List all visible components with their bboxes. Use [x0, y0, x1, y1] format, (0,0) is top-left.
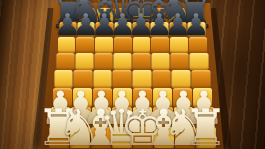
square-h7[interactable]: ♟ [188, 22, 205, 37]
square-h6[interactable] [189, 37, 207, 53]
square-e5[interactable] [133, 53, 151, 70]
square-a5[interactable] [56, 53, 74, 70]
square-g5[interactable] [171, 53, 189, 70]
chess-board[interactable]: ♜♞♝♛♚♝♞♜♟♟♟♟♟♟♟♟♟♟♟♟♟♟♟♟♜♞♝♛♚♝♞♜ [0, 0, 265, 149]
square-c6[interactable] [95, 37, 113, 53]
square-b6[interactable] [76, 37, 94, 53]
square-h1[interactable]: ♜ [196, 127, 216, 148]
square-a6[interactable] [58, 37, 76, 53]
square-h5[interactable] [190, 53, 208, 70]
square-d5[interactable] [113, 53, 131, 70]
square-g6[interactable] [170, 37, 188, 53]
square-d6[interactable] [114, 37, 132, 53]
square-c5[interactable] [94, 53, 112, 70]
board-rank-7: ♟♟♟♟♟♟♟♟ [59, 22, 206, 37]
piece-black-pawn[interactable]: ♟ [183, 10, 210, 40]
board-rank-6 [57, 37, 207, 53]
board-rank-5 [56, 53, 209, 70]
chess-app-screen: ♜♞♝♛♚♝♞♜♟♟♟♟♟♟♟♟♟♟♟♟♟♟♟♟♜♞♝♛♚♝♞♜ [0, 0, 265, 149]
square-e6[interactable] [133, 37, 151, 53]
square-b5[interactable] [75, 53, 93, 70]
piece-white-rook[interactable]: ♜ [183, 103, 228, 149]
board-rank-1: ♜♞♝♛♚♝♞♜ [48, 127, 216, 148]
square-f5[interactable] [152, 53, 170, 70]
square-f6[interactable] [151, 37, 169, 53]
